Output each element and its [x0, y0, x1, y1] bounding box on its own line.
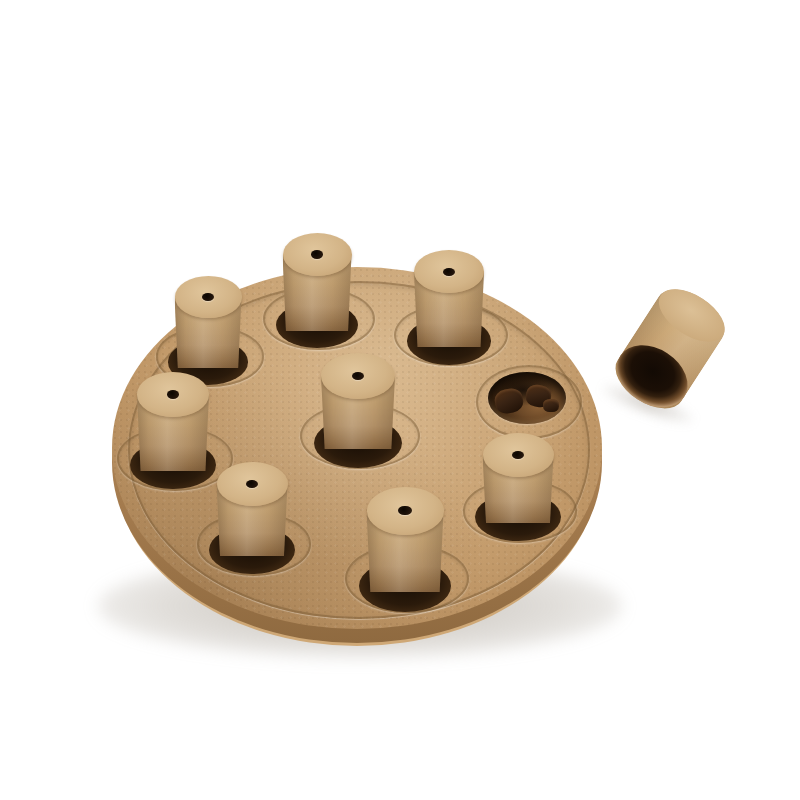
puzzle-scene — [0, 0, 800, 800]
spare-peg-layer — [0, 0, 800, 800]
